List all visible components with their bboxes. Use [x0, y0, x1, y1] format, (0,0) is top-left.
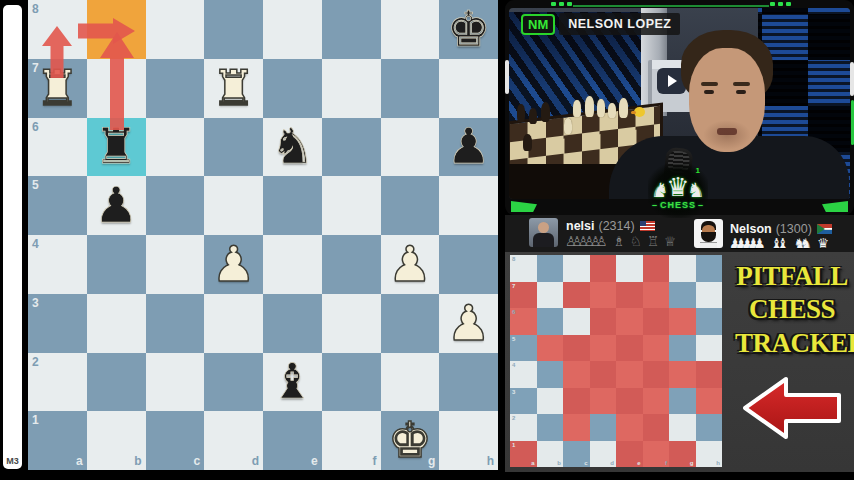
- frame-notch-right: [850, 62, 854, 96]
- heat-square-c1: c: [563, 441, 590, 468]
- heat-square-c5: [563, 335, 590, 362]
- heat-square-h5: [696, 335, 723, 362]
- square-c1[interactable]: c: [146, 411, 205, 470]
- heat-square-f1: f: [643, 441, 670, 468]
- corner-accent-right: [822, 201, 848, 212]
- captured-n: ♞: [800, 237, 812, 251]
- za-flag-icon: [817, 224, 832, 234]
- square-e5[interactable]: [263, 176, 322, 235]
- rank-label: 8: [32, 3, 39, 15]
- heat-square-f4: [643, 361, 670, 388]
- square-b1[interactable]: b: [87, 411, 146, 470]
- heat-square-h4: [696, 361, 723, 388]
- heat-square-f8: [643, 255, 670, 282]
- eye: [736, 90, 746, 94]
- square-c3[interactable]: [146, 294, 205, 353]
- physical-piece: [585, 96, 594, 117]
- heat-square-c7: [563, 282, 590, 309]
- mini-rank-label: 3: [512, 389, 515, 395]
- heat-square-e7: [616, 282, 643, 309]
- black-rook[interactable]: ♜: [87, 118, 146, 177]
- black-pawn[interactable]: ♟: [439, 118, 498, 177]
- white-king[interactable]: ♚: [381, 411, 440, 470]
- player-name: nelsi: [566, 219, 595, 233]
- square-g8[interactable]: [381, 0, 440, 59]
- rank-label: 1: [32, 414, 39, 426]
- file-label: e: [311, 455, 318, 467]
- threat-heatmap-board: 87654321abcdefgh: [510, 255, 722, 467]
- heat-square-h8: [696, 255, 723, 282]
- square-d7[interactable]: ♜: [204, 59, 263, 118]
- heat-square-e6: [616, 308, 643, 335]
- mini-file-label: f: [665, 460, 667, 466]
- avatar: [694, 219, 723, 248]
- avatar-cartoon: [700, 242, 717, 248]
- square-c2[interactable]: [146, 353, 205, 412]
- heat-square-e3: [616, 388, 643, 415]
- tracker-title-line: TRACKER: [735, 327, 849, 360]
- heat-square-b8: [537, 255, 564, 282]
- mini-rank-label: 7: [512, 283, 515, 289]
- square-e2[interactable]: ♝: [263, 353, 322, 412]
- mini-file-label: g: [690, 460, 694, 466]
- mini-rank-label: 5: [512, 336, 515, 342]
- mini-rank-label: 1: [512, 442, 515, 448]
- led-indicator: [551, 2, 556, 6]
- heat-square-g2: [669, 414, 696, 441]
- frame-notch-left: [505, 60, 509, 94]
- captured-p: ♙: [596, 235, 608, 249]
- captured-q: ♛: [817, 237, 829, 251]
- heat-square-g8: [669, 255, 696, 282]
- square-b2[interactable]: [87, 353, 146, 412]
- square-f7[interactable]: [322, 59, 381, 118]
- square-b5[interactable]: ♟: [87, 176, 146, 235]
- heat-square-d4: [590, 361, 617, 388]
- square-e6[interactable]: ♞: [263, 118, 322, 177]
- heat-square-a7: 7: [510, 282, 537, 309]
- avatar-cartoon: [701, 232, 716, 242]
- square-c6[interactable]: [146, 118, 205, 177]
- knight-icon: ♞: [687, 180, 705, 200]
- streamer-name-tag: NM NELSON LOPEZ: [521, 13, 680, 35]
- square-e4[interactable]: [263, 235, 322, 294]
- captured-b: ♝: [777, 237, 789, 251]
- mini-rank-label: 6: [512, 309, 515, 315]
- heat-square-e2: [616, 414, 643, 441]
- rank-label: 4: [32, 238, 39, 250]
- heat-square-c2: [563, 414, 590, 441]
- white-pawn[interactable]: ♟: [381, 235, 440, 294]
- square-f5[interactable]: [322, 176, 381, 235]
- square-f2[interactable]: [322, 353, 381, 412]
- led-indicator: [567, 2, 572, 6]
- mini-file-label: a: [531, 460, 534, 466]
- square-a4[interactable]: 4: [28, 235, 87, 294]
- heat-square-f6: [643, 308, 670, 335]
- heat-square-a5: 5: [510, 335, 537, 362]
- heat-square-d1: d: [590, 441, 617, 468]
- mini-file-label: e: [637, 460, 640, 466]
- knight-icon: ♞: [651, 180, 669, 200]
- mouth: [717, 128, 737, 135]
- eval-label: M3: [3, 456, 22, 466]
- square-b7[interactable]: [87, 59, 146, 118]
- square-a1[interactable]: 1a: [28, 411, 87, 470]
- led-indicator: [770, 2, 775, 6]
- black-bishop[interactable]: ♝: [263, 353, 322, 412]
- square-d3[interactable]: [204, 294, 263, 353]
- us-flag-icon: [640, 221, 655, 231]
- mini-file-label: b: [557, 460, 561, 466]
- white-pawn[interactable]: ♟: [439, 294, 498, 353]
- square-g4[interactable]: ♟: [381, 235, 440, 294]
- pitfall-tracker-panel: 87654321abcdefgh PITFALL CHESS TRACKER: [505, 252, 854, 472]
- heat-square-e8: [616, 255, 643, 282]
- square-b3[interactable]: [87, 294, 146, 353]
- rank-label: 2: [32, 356, 39, 368]
- heat-square-d6: [590, 308, 617, 335]
- square-e7[interactable]: [263, 59, 322, 118]
- heat-square-d8: [590, 255, 617, 282]
- heat-square-d2: [590, 414, 617, 441]
- heat-square-h6: [696, 308, 723, 335]
- square-e8[interactable]: [263, 0, 322, 59]
- square-g6[interactable]: [381, 118, 440, 177]
- physical-piece: [597, 99, 605, 117]
- captured-p: ♟: [753, 237, 765, 251]
- player-rating: (1300): [776, 222, 812, 236]
- black-king[interactable]: ♚: [439, 0, 498, 59]
- heat-square-c4: [563, 361, 590, 388]
- square-e3[interactable]: [263, 294, 322, 353]
- black-knight[interactable]: ♞: [263, 118, 322, 177]
- eyebrow: [733, 82, 750, 86]
- player-rating: (2314): [599, 219, 635, 233]
- avatar-photo: [533, 233, 554, 247]
- heat-square-a8: 8: [510, 255, 537, 282]
- avatar: [529, 218, 558, 247]
- heat-square-h2: [696, 414, 723, 441]
- player-name-white: nelsi(2314): [566, 219, 655, 233]
- mini-file-label: h: [716, 460, 720, 466]
- file-label: a: [76, 455, 83, 467]
- captured-r: ♖: [647, 235, 659, 249]
- corner-accent-left: [511, 201, 537, 212]
- square-h6[interactable]: ♟: [439, 118, 498, 177]
- heat-square-g3: [669, 388, 696, 415]
- square-f8[interactable]: [322, 0, 381, 59]
- square-d5[interactable]: [204, 176, 263, 235]
- file-label: h: [487, 455, 494, 467]
- physical-piece: [523, 134, 532, 151]
- avatar-photo: [538, 222, 549, 233]
- heat-square-d7: [590, 282, 617, 309]
- square-g7[interactable]: [381, 59, 440, 118]
- physical-piece: [608, 103, 616, 118]
- heat-square-c3: [563, 388, 590, 415]
- logo-number: 1: [696, 166, 700, 175]
- mini-file-label: c: [584, 460, 587, 466]
- mini-file-label: d: [610, 460, 614, 466]
- heat-square-e5: [616, 335, 643, 362]
- square-h1[interactable]: h: [439, 411, 498, 470]
- chess-board[interactable]: 8♚7♜♜6♜♞♟5♟4♟♟3♟2♝1abcdefg♚h: [28, 0, 498, 470]
- player-bars: nelsi(2314) ♙♙♙♙♙♙♗♘♖♕ Nelson(1300) ♟♟♟♟…: [505, 215, 854, 252]
- heat-square-e1: e: [616, 441, 643, 468]
- nm-title-badge: NM: [521, 14, 555, 35]
- chess-club-logo: 1 ♞ ♛ ♞ CHESS: [648, 164, 708, 218]
- square-g2[interactable]: [381, 353, 440, 412]
- heat-square-h3: [696, 388, 723, 415]
- square-b6[interactable]: ♜: [87, 118, 146, 177]
- file-label: f: [373, 455, 377, 467]
- heat-square-g7: [669, 282, 696, 309]
- heat-square-g4: [669, 361, 696, 388]
- square-c7[interactable]: [146, 59, 205, 118]
- tracker-title: PITFALL CHESS TRACKER: [735, 260, 849, 360]
- player-name-black: Nelson(1300): [730, 222, 832, 236]
- heat-square-d5: [590, 335, 617, 362]
- heat-square-b5: [537, 335, 564, 362]
- square-c8[interactable]: [146, 0, 205, 59]
- file-label: d: [252, 455, 259, 467]
- square-b8[interactable]: [87, 0, 146, 59]
- square-h3[interactable]: ♟: [439, 294, 498, 353]
- player-name: Nelson: [730, 222, 772, 236]
- square-d8[interactable]: [204, 0, 263, 59]
- led-indicator: [559, 2, 564, 6]
- square-c4[interactable]: [146, 235, 205, 294]
- heat-square-f3: [643, 388, 670, 415]
- mini-rank-label: 8: [512, 256, 515, 262]
- eval-bar: M3: [3, 5, 22, 469]
- black-pawn[interactable]: ♟: [87, 176, 146, 235]
- square-e1[interactable]: e: [263, 411, 322, 470]
- heat-square-h1: h: [696, 441, 723, 468]
- square-f1[interactable]: f: [322, 411, 381, 470]
- square-a2[interactable]: 2: [28, 353, 87, 412]
- square-a8[interactable]: 8: [28, 0, 87, 59]
- heat-square-a2: 2: [510, 414, 537, 441]
- rank-label: 5: [32, 179, 39, 191]
- square-f3[interactable]: [322, 294, 381, 353]
- mini-rank-label: 4: [512, 362, 515, 368]
- heat-square-g5: [669, 335, 696, 362]
- square-g1[interactable]: g♚: [381, 411, 440, 470]
- heat-square-a6: 6: [510, 308, 537, 335]
- physical-piece: [564, 118, 572, 134]
- rank-label: 3: [32, 297, 39, 309]
- tracker-title-line: CHESS: [735, 293, 849, 326]
- square-d6[interactable]: [204, 118, 263, 177]
- physical-piece: [619, 98, 628, 118]
- file-label: c: [194, 455, 201, 467]
- streamer-name-label: NELSON LOPEZ: [559, 13, 680, 35]
- captured-q: ♕: [664, 235, 676, 249]
- physical-piece: [517, 104, 525, 122]
- file-label: b: [134, 455, 141, 467]
- square-a6[interactable]: 6: [28, 118, 87, 177]
- physical-piece: [573, 100, 581, 117]
- square-d2[interactable]: [204, 353, 263, 412]
- square-f4[interactable]: [322, 235, 381, 294]
- heat-square-b2: [537, 414, 564, 441]
- heat-square-h7: [696, 282, 723, 309]
- stream-frame: M3 8♚7♜♜6♜♞♟5♟4♟♟3♟2♝1abcdefg♚h: [0, 0, 854, 480]
- eyebrow: [701, 82, 718, 86]
- square-h8[interactable]: ♚: [439, 0, 498, 59]
- tracker-title-line: PITFALL: [735, 260, 849, 293]
- square-h5[interactable]: [439, 176, 498, 235]
- heat-square-f5: [643, 335, 670, 362]
- heat-square-a4: 4: [510, 361, 537, 388]
- square-d1[interactable]: d: [204, 411, 263, 470]
- heat-square-b3: [537, 388, 564, 415]
- square-a5[interactable]: 5: [28, 176, 87, 235]
- captured-pieces-white: ♙♙♙♙♙♙♗♘♖♕: [565, 235, 676, 249]
- square-a7[interactable]: 7♜: [28, 59, 87, 118]
- square-h7[interactable]: [439, 59, 498, 118]
- square-c5[interactable]: [146, 176, 205, 235]
- square-d4[interactable]: ♟: [204, 235, 263, 294]
- heat-square-g1: g: [669, 441, 696, 468]
- square-h4[interactable]: [439, 235, 498, 294]
- left-arrow-icon: [740, 374, 844, 442]
- heat-square-f2: [643, 414, 670, 441]
- heat-square-b4: [537, 361, 564, 388]
- square-b4[interactable]: [87, 235, 146, 294]
- rubber-duck: [634, 107, 645, 117]
- heat-square-c8: [563, 255, 590, 282]
- heat-square-d3: [590, 388, 617, 415]
- heat-square-a3: 3: [510, 388, 537, 415]
- square-h2[interactable]: [439, 353, 498, 412]
- captured-b: ♗: [613, 235, 625, 249]
- captured-n: ♘: [630, 235, 642, 249]
- heat-square-g6: [669, 308, 696, 335]
- rank-label: 6: [32, 121, 39, 133]
- square-g3[interactable]: [381, 294, 440, 353]
- heat-square-c6: [563, 308, 590, 335]
- led-indicator: [786, 2, 791, 6]
- white-pawn[interactable]: ♟: [204, 235, 263, 294]
- heat-square-b6: [537, 308, 564, 335]
- heat-square-f7: [643, 282, 670, 309]
- heat-square-b7: [537, 282, 564, 309]
- physical-piece: [529, 108, 537, 124]
- square-f6[interactable]: [322, 118, 381, 177]
- square-a3[interactable]: 3: [28, 294, 87, 353]
- white-rook[interactable]: ♜: [28, 59, 87, 118]
- heat-square-a1: 1a: [510, 441, 537, 468]
- white-rook[interactable]: ♜: [204, 59, 263, 118]
- heat-square-e4: [616, 361, 643, 388]
- led-strip: [573, 5, 769, 7]
- eye: [704, 90, 714, 94]
- heat-square-b1: b: [537, 441, 564, 468]
- streamer-face: [689, 48, 765, 152]
- led-indicator: [778, 2, 783, 6]
- mini-rank-label: 2: [512, 415, 515, 421]
- captured-pieces-black: ♟♟♟♟♟♝♝♞♞♛: [729, 237, 829, 251]
- square-g5[interactable]: [381, 176, 440, 235]
- physical-piece: [541, 102, 550, 122]
